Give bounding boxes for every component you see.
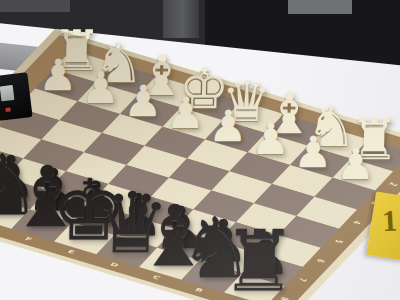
background-chair-leg [163,0,199,38]
chess-clock[interactable] [0,72,33,121]
clock-display [0,85,14,101]
table-card-number: 1 [377,205,400,236]
background-far-table [0,0,70,12]
black-rook[interactable]: ♜ [220,219,276,300]
background-gray-object [288,0,352,14]
tournament-chess-scene: ♜♞♝♚♛♝♞♜♟♟♟♟♟♟♟♟♟♟♟♟♟♟♟♟♜♞♝♚♛♝♞♜ HGFEDCB… [0,0,400,300]
square-a8[interactable]: ♜ [224,273,285,300]
clock-led-indicator [5,107,10,112]
